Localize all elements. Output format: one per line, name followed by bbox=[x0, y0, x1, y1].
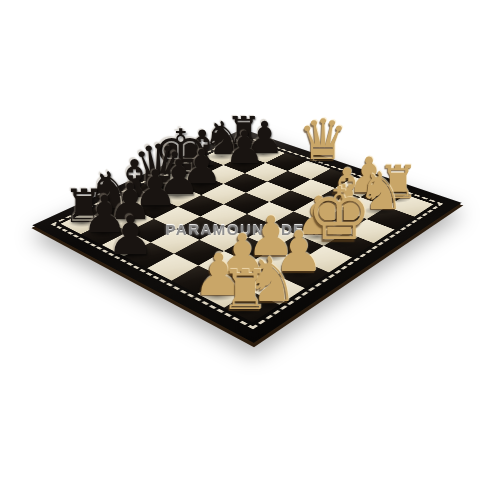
watermark-text: PARAMOUNT DEALZ bbox=[165, 221, 338, 238]
chessboard-wrap bbox=[0, 0, 500, 500]
product-photo-scene: PARAMOUNT DEALZ ♜♞♟♝♟♛♚♛♟♝♟♟♞♟♜♜♟♝♞♟♟♚♟♟… bbox=[0, 0, 500, 500]
